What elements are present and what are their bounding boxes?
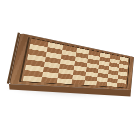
- square-r7c3: [71, 79, 85, 84]
- square-r7c1: [41, 77, 58, 83]
- square-r7c5: [96, 81, 107, 86]
- chessboard-product-photo: [0, 0, 140, 140]
- chess-board: [9, 33, 134, 90]
- square-r7c4: [84, 80, 96, 85]
- square-r7c7: [117, 83, 126, 87]
- square-r7c2: [57, 78, 72, 84]
- square-r7c6: [107, 82, 117, 87]
- square-r7c0: [23, 76, 42, 83]
